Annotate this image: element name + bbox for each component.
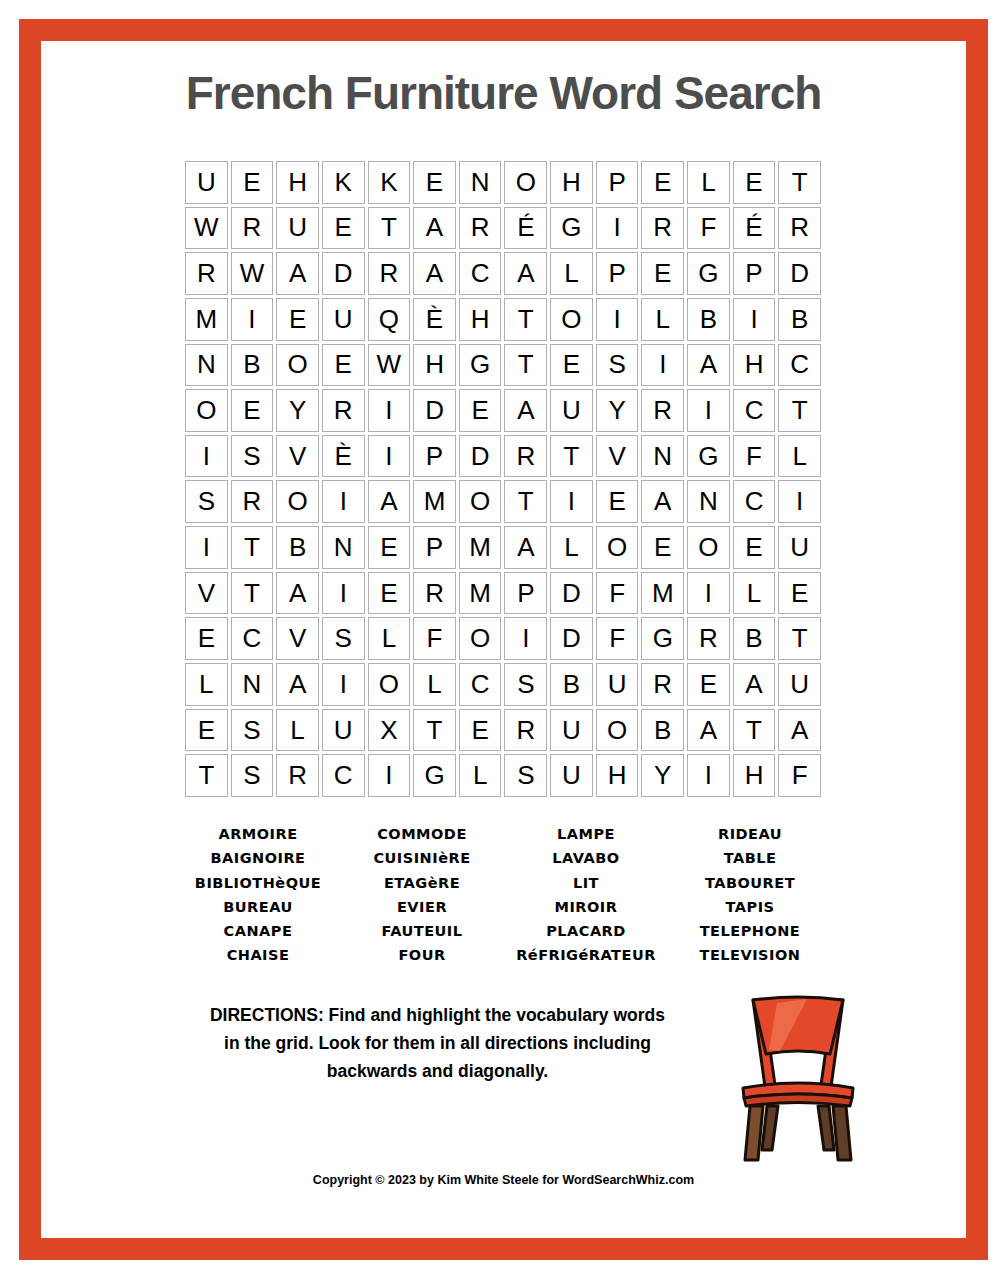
grid-cell-r14c10[interactable]: H: [596, 754, 639, 797]
grid-cell-r13c13[interactable]: T: [733, 709, 776, 752]
grid-cell-r6c11[interactable]: R: [641, 389, 684, 432]
grid-cell-r8c14[interactable]: I: [778, 480, 821, 523]
grid-cell-r3c2[interactable]: W: [231, 252, 274, 295]
grid-cell-r10c14[interactable]: E: [778, 572, 821, 615]
grid-cell-r12c10[interactable]: U: [596, 663, 639, 706]
grid-cell-r4c4[interactable]: U: [322, 298, 365, 341]
grid-cell-r12c9[interactable]: B: [550, 663, 593, 706]
grid-cell-r9c5[interactable]: E: [368, 526, 411, 569]
grid-cell-r7c11[interactable]: N: [641, 435, 684, 478]
grid-cell-r11c6[interactable]: F: [413, 617, 456, 660]
grid-cell-r4c3[interactable]: E: [276, 298, 319, 341]
word-item: CANAPE: [224, 919, 293, 943]
grid-cell-r1c7[interactable]: N: [459, 161, 502, 204]
grid-cell-r3c12[interactable]: G: [687, 252, 730, 295]
grid-cell-r4c11[interactable]: L: [641, 298, 684, 341]
grid-cell-r10c7[interactable]: M: [459, 572, 502, 615]
grid-cell-r7c9[interactable]: T: [550, 435, 593, 478]
grid-cell-r6c13[interactable]: C: [733, 389, 776, 432]
grid-cell-r10c3[interactable]: A: [276, 572, 319, 615]
grid-cell-r9c10[interactable]: O: [596, 526, 639, 569]
grid-cell-r12c11[interactable]: R: [641, 663, 684, 706]
grid-cell-r4c8[interactable]: T: [504, 298, 547, 341]
grid-cell-r11c12[interactable]: R: [687, 617, 730, 660]
grid-cell-r11c1[interactable]: E: [185, 617, 228, 660]
grid-cell-r6c7[interactable]: E: [459, 389, 502, 432]
grid-cell-r1c1[interactable]: U: [185, 161, 228, 204]
grid-cell-r11c2[interactable]: C: [231, 617, 274, 660]
grid-cell-r2c2[interactable]: R: [231, 207, 274, 250]
grid-cell-r1c12[interactable]: L: [687, 161, 730, 204]
grid-cell-r2c9[interactable]: G: [550, 207, 593, 250]
grid-cell-r2c6[interactable]: A: [413, 207, 456, 250]
grid-cell-r2c11[interactable]: R: [641, 207, 684, 250]
grid-cell-r1c8[interactable]: O: [504, 161, 547, 204]
grid-cell-r8c6[interactable]: M: [413, 480, 456, 523]
grid-cell-r9c7[interactable]: M: [459, 526, 502, 569]
grid-cell-r13c3[interactable]: L: [276, 709, 319, 752]
grid-cell-r8c8[interactable]: T: [504, 480, 547, 523]
grid-cell-r14c7[interactable]: L: [459, 754, 502, 797]
grid-cell-r3c7[interactable]: C: [459, 252, 502, 295]
grid-cell-r14c11[interactable]: Y: [641, 754, 684, 797]
grid-cell-r5c3[interactable]: O: [276, 344, 319, 387]
grid-cell-r1c13[interactable]: E: [733, 161, 776, 204]
grid-cell-r9c11[interactable]: E: [641, 526, 684, 569]
grid-cell-r3c14[interactable]: D: [778, 252, 821, 295]
directions-line: in the grid. Look for them in all direct…: [200, 1029, 675, 1057]
grid-cell-r6c1[interactable]: O: [185, 389, 228, 432]
grid-cell-r9c1[interactable]: I: [185, 526, 228, 569]
grid-cell-r9c2[interactable]: T: [231, 526, 274, 569]
word-item: TELEPHONE: [700, 919, 801, 943]
grid-cell-r13c1[interactable]: E: [185, 709, 228, 752]
grid-cell-r9c3[interactable]: B: [276, 526, 319, 569]
grid-cell-r9c13[interactable]: E: [733, 526, 776, 569]
grid-cell-r4c12[interactable]: B: [687, 298, 730, 341]
grid-cell-r3c3[interactable]: A: [276, 252, 319, 295]
grid-cell-r14c12[interactable]: I: [687, 754, 730, 797]
grid-cell-r6c6[interactable]: D: [413, 389, 456, 432]
grid-cell-r1c6[interactable]: E: [413, 161, 456, 204]
grid-cell-r4c1[interactable]: M: [185, 298, 228, 341]
grid-cell-r13c9[interactable]: U: [550, 709, 593, 752]
page-title: French Furniture Word Search: [0, 66, 1007, 120]
grid-cell-r2c10[interactable]: I: [596, 207, 639, 250]
grid-cell-r5c4[interactable]: E: [322, 344, 365, 387]
grid-cell-r5c12[interactable]: A: [687, 344, 730, 387]
grid-cell-r13c11[interactable]: B: [641, 709, 684, 752]
grid-cell-r9c6[interactable]: P: [413, 526, 456, 569]
grid-cell-r11c8[interactable]: I: [504, 617, 547, 660]
grid-cell-r4c2[interactable]: I: [231, 298, 274, 341]
grid-cell-r11c14[interactable]: T: [778, 617, 821, 660]
grid-cell-r11c11[interactable]: G: [641, 617, 684, 660]
grid-cell-r12c6[interactable]: L: [413, 663, 456, 706]
grid-cell-r8c4[interactable]: I: [322, 480, 365, 523]
grid-cell-r10c10[interactable]: F: [596, 572, 639, 615]
grid-cell-r2c7[interactable]: R: [459, 207, 502, 250]
grid-cell-r6c4[interactable]: R: [322, 389, 365, 432]
chair-rear-right-leg: [818, 1106, 834, 1150]
grid-cell-r5c8[interactable]: T: [504, 344, 547, 387]
grid-cell-r8c11[interactable]: A: [641, 480, 684, 523]
grid-cell-r11c13[interactable]: B: [733, 617, 776, 660]
directions-line: backwards and diagonally.: [200, 1057, 675, 1085]
grid-cell-r6c14[interactable]: T: [778, 389, 821, 432]
grid-cell-r7c10[interactable]: V: [596, 435, 639, 478]
grid-cell-r10c12[interactable]: I: [687, 572, 730, 615]
grid-cell-r7c8[interactable]: R: [504, 435, 547, 478]
worksheet-page: French Furniture Word Search UEHKKENOHPE…: [0, 0, 1007, 1279]
grid-cell-r8c2[interactable]: R: [231, 480, 274, 523]
grid-cell-r11c4[interactable]: S: [322, 617, 365, 660]
grid-cell-r13c12[interactable]: A: [687, 709, 730, 752]
grid-cell-r9c9[interactable]: L: [550, 526, 593, 569]
chair-illustration: [733, 992, 863, 1164]
grid-cell-r14c2[interactable]: S: [231, 754, 274, 797]
word-item: TAPIS: [726, 895, 775, 919]
grid-cell-r14c1[interactable]: T: [185, 754, 228, 797]
grid-cell-r12c13[interactable]: A: [733, 663, 776, 706]
grid-cell-r8c3[interactable]: O: [276, 480, 319, 523]
word-list-column-2: COMMODECUISINIèREETAGèREEVIERFAUTEUILFOU…: [340, 822, 504, 968]
grid-cell-r3c4[interactable]: D: [322, 252, 365, 295]
grid-cell-r5c13[interactable]: H: [733, 344, 776, 387]
word-item: PLACARD: [546, 919, 626, 943]
grid-cell-r1c5[interactable]: K: [368, 161, 411, 204]
grid-cell-r1c2[interactable]: E: [231, 161, 274, 204]
grid-cell-r8c12[interactable]: N: [687, 480, 730, 523]
grid-cell-r4c5[interactable]: Q: [368, 298, 411, 341]
grid-cell-r8c10[interactable]: E: [596, 480, 639, 523]
grid-cell-r4c9[interactable]: O: [550, 298, 593, 341]
grid-cell-r7c1[interactable]: I: [185, 435, 228, 478]
grid-cell-r9c12[interactable]: O: [687, 526, 730, 569]
word-item: FOUR: [398, 943, 445, 967]
grid-cell-r6c3[interactable]: Y: [276, 389, 319, 432]
grid-cell-r7c3[interactable]: V: [276, 435, 319, 478]
grid-cell-r8c1[interactable]: S: [185, 480, 228, 523]
grid-cell-r8c7[interactable]: O: [459, 480, 502, 523]
grid-cell-r1c10[interactable]: P: [596, 161, 639, 204]
word-item: CHAISE: [227, 943, 290, 967]
grid-cell-r6c2[interactable]: E: [231, 389, 274, 432]
word-item: RéFRIGéRATEUR: [516, 943, 656, 967]
grid-cell-r14c3[interactable]: R: [276, 754, 319, 797]
grid-cell-r4c10[interactable]: I: [596, 298, 639, 341]
word-item: LIT: [573, 871, 599, 895]
grid-cell-r8c9[interactable]: I: [550, 480, 593, 523]
grid-cell-r9c4[interactable]: N: [322, 526, 365, 569]
grid-cell-r13c10[interactable]: O: [596, 709, 639, 752]
grid-cell-r7c7[interactable]: D: [459, 435, 502, 478]
grid-cell-r2c8[interactable]: É: [504, 207, 547, 250]
grid-cell-r3c1[interactable]: R: [185, 252, 228, 295]
grid-cell-r7c4[interactable]: È: [322, 435, 365, 478]
grid-cell-r3c8[interactable]: A: [504, 252, 547, 295]
chair-rear-left-leg: [762, 1106, 778, 1150]
grid-cell-r14c9[interactable]: U: [550, 754, 593, 797]
grid-cell-r13c14[interactable]: A: [778, 709, 821, 752]
grid-cell-r10c2[interactable]: T: [231, 572, 274, 615]
grid-cell-r10c4[interactable]: I: [322, 572, 365, 615]
grid-cell-r1c4[interactable]: K: [322, 161, 365, 204]
grid-cell-r12c3[interactable]: A: [276, 663, 319, 706]
grid-cell-r2c12[interactable]: F: [687, 207, 730, 250]
grid-cell-r10c9[interactable]: D: [550, 572, 593, 615]
grid-cell-r5c11[interactable]: I: [641, 344, 684, 387]
word-search-grid: UEHKKENOHPELETWRUETARÉGIRFÉRRWADRACALPEG…: [185, 161, 821, 797]
grid-cell-r6c10[interactable]: Y: [596, 389, 639, 432]
grid-cell-r10c5[interactable]: E: [368, 572, 411, 615]
grid-cell-r5c2[interactable]: B: [231, 344, 274, 387]
grid-cell-r1c9[interactable]: H: [550, 161, 593, 204]
grid-cell-r2c3[interactable]: U: [276, 207, 319, 250]
grid-cell-r13c6[interactable]: T: [413, 709, 456, 752]
grid-cell-r13c2[interactable]: S: [231, 709, 274, 752]
grid-cell-r11c3[interactable]: V: [276, 617, 319, 660]
word-item: TELEVISION: [700, 943, 801, 967]
grid-cell-r9c8[interactable]: A: [504, 526, 547, 569]
directions-line: DIRECTIONS: Find and highlight the vocab…: [200, 1001, 675, 1029]
word-item: BIBLIOTHèQUE: [195, 871, 321, 895]
grid-cell-r3c5[interactable]: R: [368, 252, 411, 295]
grid-cell-r5c7[interactable]: G: [459, 344, 502, 387]
grid-cell-r12c12[interactable]: E: [687, 663, 730, 706]
grid-cell-r3c10[interactable]: P: [596, 252, 639, 295]
grid-cell-r11c10[interactable]: F: [596, 617, 639, 660]
grid-cell-r2c5[interactable]: T: [368, 207, 411, 250]
grid-cell-r10c13[interactable]: L: [733, 572, 776, 615]
grid-cell-r14c5[interactable]: I: [368, 754, 411, 797]
grid-cell-r7c2[interactable]: S: [231, 435, 274, 478]
grid-cell-r4c7[interactable]: H: [459, 298, 502, 341]
grid-cell-r7c6[interactable]: P: [413, 435, 456, 478]
grid-cell-r14c8[interactable]: S: [504, 754, 547, 797]
grid-cell-r7c14[interactable]: L: [778, 435, 821, 478]
grid-cell-r13c5[interactable]: X: [368, 709, 411, 752]
directions-text: DIRECTIONS: Find and highlight the vocab…: [200, 1001, 675, 1085]
grid-cell-r2c13[interactable]: É: [733, 207, 776, 250]
grid-cell-r5c10[interactable]: S: [596, 344, 639, 387]
grid-cell-r11c7[interactable]: O: [459, 617, 502, 660]
grid-cell-r14c14[interactable]: F: [778, 754, 821, 797]
grid-cell-r5c6[interactable]: H: [413, 344, 456, 387]
word-item: TABOURET: [705, 871, 795, 895]
grid-cell-r4c13[interactable]: I: [733, 298, 776, 341]
word-list: ARMOIREBAIGNOIREBIBLIOTHèQUEBUREAUCANAPE…: [176, 822, 832, 968]
grid-cell-r6c9[interactable]: U: [550, 389, 593, 432]
word-item: TABLE: [724, 846, 777, 870]
grid-cell-r13c7[interactable]: E: [459, 709, 502, 752]
word-item: RIDEAU: [718, 822, 782, 846]
grid-cell-r8c13[interactable]: C: [733, 480, 776, 523]
grid-cell-r10c8[interactable]: P: [504, 572, 547, 615]
grid-cell-r3c13[interactable]: P: [733, 252, 776, 295]
grid-cell-r12c7[interactable]: C: [459, 663, 502, 706]
word-item: CUISINIèRE: [373, 846, 470, 870]
grid-cell-r12c4[interactable]: I: [322, 663, 365, 706]
word-item: BAIGNOIRE: [211, 846, 306, 870]
grid-cell-r5c9[interactable]: E: [550, 344, 593, 387]
word-item: FAUTEUIL: [382, 919, 463, 943]
grid-cell-r12c14[interactable]: U: [778, 663, 821, 706]
grid-cell-r5c1[interactable]: N: [185, 344, 228, 387]
grid-cell-r12c2[interactable]: N: [231, 663, 274, 706]
grid-cell-r1c11[interactable]: E: [641, 161, 684, 204]
grid-cell-r6c12[interactable]: I: [687, 389, 730, 432]
grid-cell-r3c6[interactable]: A: [413, 252, 456, 295]
word-item: LAVABO: [552, 846, 619, 870]
word-item: MIROIR: [555, 895, 618, 919]
grid-cell-r13c4[interactable]: U: [322, 709, 365, 752]
grid-cell-r12c1[interactable]: L: [185, 663, 228, 706]
word-item: EVIER: [397, 895, 447, 919]
grid-cell-r7c13[interactable]: F: [733, 435, 776, 478]
word-list-column-4: RIDEAUTABLETABOURETTAPISTELEPHONETELEVIS…: [668, 822, 832, 968]
grid-cell-r14c4[interactable]: C: [322, 754, 365, 797]
copyright-text: Copyright © 2023 by Kim White Steele for…: [0, 1173, 1007, 1187]
grid-cell-r4c6[interactable]: È: [413, 298, 456, 341]
grid-cell-r2c4[interactable]: E: [322, 207, 365, 250]
grid-cell-r5c5[interactable]: W: [368, 344, 411, 387]
chair-front-left-leg: [745, 1106, 763, 1160]
word-item: BUREAU: [223, 895, 292, 919]
grid-cell-r3c11[interactable]: E: [641, 252, 684, 295]
grid-cell-r9c14[interactable]: U: [778, 526, 821, 569]
grid-cell-r11c9[interactable]: D: [550, 617, 593, 660]
grid-cell-r3c9[interactable]: L: [550, 252, 593, 295]
grid-cell-r12c5[interactable]: O: [368, 663, 411, 706]
grid-cell-r7c5[interactable]: I: [368, 435, 411, 478]
word-item: ARMOIRE: [218, 822, 297, 846]
grid-cell-r2c1[interactable]: W: [185, 207, 228, 250]
chair-front-right-leg: [833, 1106, 851, 1160]
grid-cell-r7c12[interactable]: G: [687, 435, 730, 478]
grid-cell-r11c5[interactable]: L: [368, 617, 411, 660]
grid-cell-r13c8[interactable]: R: [504, 709, 547, 752]
grid-cell-r4c14[interactable]: B: [778, 298, 821, 341]
word-item: LAMPE: [557, 822, 615, 846]
grid-cell-r10c6[interactable]: R: [413, 572, 456, 615]
grid-cell-r6c5[interactable]: I: [368, 389, 411, 432]
grid-cell-r14c13[interactable]: H: [733, 754, 776, 797]
word-list-column-1: ARMOIREBAIGNOIREBIBLIOTHèQUEBUREAUCANAPE…: [176, 822, 340, 968]
grid-cell-r14c6[interactable]: G: [413, 754, 456, 797]
grid-cell-r10c1[interactable]: V: [185, 572, 228, 615]
word-item: COMMODE: [377, 822, 467, 846]
word-list-column-3: LAMPELAVABOLITMIROIRPLACARDRéFRIGéRATEUR: [504, 822, 668, 968]
grid-cell-r1c3[interactable]: H: [276, 161, 319, 204]
grid-cell-r10c11[interactable]: M: [641, 572, 684, 615]
word-item: ETAGèRE: [384, 871, 460, 895]
grid-cell-r5c14[interactable]: C: [778, 344, 821, 387]
chair-seat-band: [744, 1094, 852, 1106]
grid-cell-r2c14[interactable]: R: [778, 207, 821, 250]
grid-cell-r8c5[interactable]: A: [368, 480, 411, 523]
grid-cell-r12c8[interactable]: S: [504, 663, 547, 706]
grid-cell-r6c8[interactable]: A: [504, 389, 547, 432]
grid-cell-r1c14[interactable]: T: [778, 161, 821, 204]
